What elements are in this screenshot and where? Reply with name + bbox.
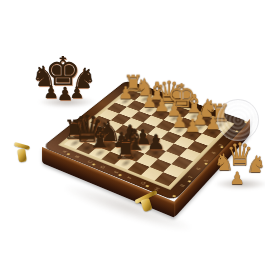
- chess-set-product-photo: ABCDEFGH87654321 ♜♞♝♛♚♝♞♜♟♟♟♟♟♟♟♟♜♛♝♜♟♟♞…: [0, 0, 265, 265]
- off-board-pieces: ♞♚♞♟♟♟♞♛♞♟: [0, 0, 265, 265]
- offboard-piece-light-N: ♞: [246, 153, 265, 176]
- offboard-piece-light-P: ♟: [229, 170, 244, 187]
- offboard-piece-dark-P: ♟: [70, 85, 84, 101]
